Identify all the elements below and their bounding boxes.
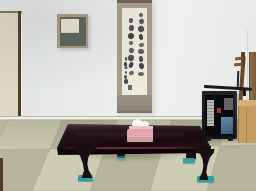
washitsu-room-photo [0,0,256,191]
scroll-top-rod [117,0,152,3]
thin-rod [236,71,238,88]
hanging-scroll [117,0,152,113]
framed-picture [57,14,88,48]
cart-item-gray [224,98,233,110]
cart-caster [228,137,233,141]
scroll-bottom-mount [117,95,152,113]
calligraphy-column [137,13,146,76]
sliding-door [0,13,18,121]
scroll-seal [128,85,132,90]
cart-item-red [217,108,221,113]
left-edge-sliver [0,158,3,191]
cardboard-box-front [238,106,256,143]
picture-paper [61,19,79,33]
cart-item-blue [221,117,233,134]
cart-item-white-stack [207,100,214,126]
black-cart [202,91,237,139]
shamisen-peg [234,62,243,65]
cart-handle-post [243,89,246,96]
leg-pad [118,156,126,160]
cart-shelf-opening [205,95,233,136]
door-frame-highlight [21,13,23,121]
tissue-box [127,129,153,142]
cardboard-box [238,100,256,143]
calligraphy-column [122,57,131,84]
leg-pad [183,158,195,163]
cardboard-box-crease [246,108,247,143]
